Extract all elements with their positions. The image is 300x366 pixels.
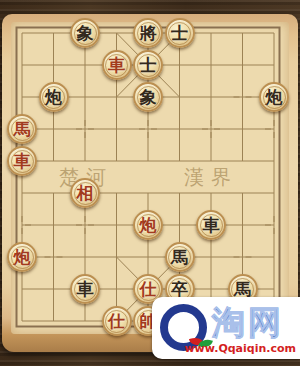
piece-glyph: 炮 [14, 249, 31, 266]
app-screen: 楚河 漢界 象將士車士炮象炮馬車相炮車炮馬車仕卒馬仕帥 淘网 www.Qqaiq… [0, 0, 300, 366]
watermark-url: www.Qqaiqin.com [184, 342, 296, 355]
piece-black-elephant[interactable]: 象 [133, 82, 163, 112]
piece-glyph: 卒 [171, 281, 188, 298]
piece-black-advisor[interactable]: 士 [165, 18, 195, 48]
piece-red-elephant[interactable]: 相 [70, 178, 100, 208]
piece-black-chariot[interactable]: 車 [70, 274, 100, 304]
piece-glyph: 仕 [140, 281, 157, 298]
piece-glyph: 炮 [266, 89, 283, 106]
piece-glyph: 仕 [108, 313, 125, 330]
piece-glyph: 炮 [140, 217, 157, 234]
piece-black-cannon[interactable]: 炮 [259, 82, 289, 112]
piece-glyph: 將 [140, 25, 157, 42]
piece-glyph: 車 [203, 217, 220, 234]
piece-black-cannon[interactable]: 炮 [39, 82, 69, 112]
piece-black-general[interactable]: 將 [133, 18, 163, 48]
piece-red-chariot[interactable]: 車 [7, 146, 37, 176]
piece-red-cannon[interactable]: 炮 [133, 210, 163, 240]
piece-red-cannon[interactable]: 炮 [7, 242, 37, 272]
piece-glyph: 車 [77, 281, 94, 298]
piece-black-horse[interactable]: 馬 [165, 242, 195, 272]
piece-red-chariot[interactable]: 車 [102, 50, 132, 80]
piece-glyph: 馬 [234, 281, 251, 298]
piece-glyph: 馬 [171, 249, 188, 266]
piece-glyph: 相 [77, 185, 94, 202]
watermark-title: 淘网 [212, 301, 284, 346]
piece-glyph: 象 [77, 25, 94, 42]
piece-glyph: 象 [140, 89, 157, 106]
piece-glyph: 炮 [45, 89, 62, 106]
piece-red-horse[interactable]: 馬 [7, 114, 37, 144]
piece-glyph: 士 [140, 57, 157, 74]
piece-red-advisor[interactable]: 仕 [102, 306, 132, 336]
piece-glyph: 士 [171, 25, 188, 42]
river-label-right: 漢界 [184, 164, 238, 190]
piece-black-advisor[interactable]: 士 [133, 50, 163, 80]
piece-glyph: 車 [108, 57, 125, 74]
piece-black-chariot[interactable]: 車 [196, 210, 226, 240]
piece-glyph: 馬 [14, 121, 31, 138]
piece-black-elephant[interactable]: 象 [70, 18, 100, 48]
piece-glyph: 車 [14, 153, 31, 170]
watermark-logo[interactable]: 淘网 www.Qqaiqin.com [152, 297, 300, 359]
